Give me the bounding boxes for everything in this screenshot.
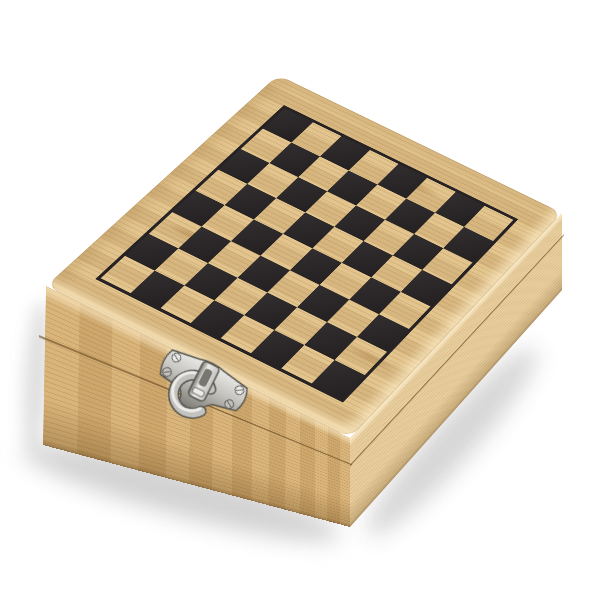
product-photo-scene <box>0 0 600 600</box>
